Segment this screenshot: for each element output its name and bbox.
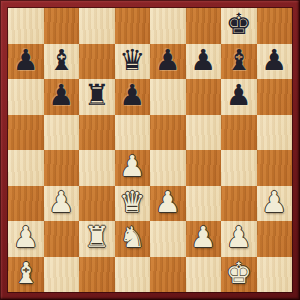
black-pawn: ♟ [261, 46, 287, 75]
square-h4[interactable] [257, 150, 293, 186]
square-c1[interactable] [79, 257, 115, 293]
square-g6[interactable]: ♟ [221, 79, 257, 115]
square-d7[interactable]: ♛ [115, 44, 151, 80]
square-c5[interactable] [79, 115, 115, 151]
square-d8[interactable] [115, 8, 151, 44]
square-a4[interactable] [8, 150, 44, 186]
square-f2[interactable]: ♟ [186, 221, 222, 257]
square-a1[interactable]: ♝ [8, 257, 44, 293]
square-f5[interactable] [186, 115, 222, 151]
square-g4[interactable] [221, 150, 257, 186]
square-h2[interactable] [257, 221, 293, 257]
square-b4[interactable] [44, 150, 80, 186]
square-f8[interactable] [186, 8, 222, 44]
black-pawn: ♟ [155, 46, 181, 75]
square-h1[interactable] [257, 257, 293, 293]
black-bishop: ♝ [226, 46, 252, 75]
square-g1[interactable]: ♚ [221, 257, 257, 293]
square-e8[interactable] [150, 8, 186, 44]
black-bishop: ♝ [48, 46, 74, 75]
square-c2[interactable]: ♜ [79, 221, 115, 257]
white-pawn: ♟ [48, 188, 74, 217]
square-a5[interactable] [8, 115, 44, 151]
black-king: ♚ [226, 10, 252, 39]
white-bishop: ♝ [13, 259, 39, 288]
square-g5[interactable] [221, 115, 257, 151]
square-e6[interactable] [150, 79, 186, 115]
square-b5[interactable] [44, 115, 80, 151]
white-pawn: ♟ [119, 152, 145, 181]
square-g8[interactable]: ♚ [221, 8, 257, 44]
black-pawn: ♟ [13, 46, 39, 75]
black-pawn: ♟ [119, 81, 145, 110]
square-e4[interactable] [150, 150, 186, 186]
square-a8[interactable] [8, 8, 44, 44]
white-pawn: ♟ [155, 188, 181, 217]
square-c6[interactable]: ♜ [79, 79, 115, 115]
white-king: ♚ [226, 259, 252, 288]
square-c3[interactable] [79, 186, 115, 222]
white-knight: ♞ [119, 223, 145, 252]
white-queen: ♛ [119, 188, 145, 217]
square-h8[interactable] [257, 8, 293, 44]
square-b1[interactable] [44, 257, 80, 293]
square-e3[interactable]: ♟ [150, 186, 186, 222]
white-pawn: ♟ [13, 223, 39, 252]
square-d2[interactable]: ♞ [115, 221, 151, 257]
black-pawn: ♟ [226, 81, 252, 110]
square-d4[interactable]: ♟ [115, 150, 151, 186]
square-b7[interactable]: ♝ [44, 44, 80, 80]
square-d1[interactable] [115, 257, 151, 293]
square-c4[interactable] [79, 150, 115, 186]
white-pawn: ♟ [226, 223, 252, 252]
square-h7[interactable]: ♟ [257, 44, 293, 80]
square-h6[interactable] [257, 79, 293, 115]
black-rook: ♜ [84, 81, 110, 110]
square-d5[interactable] [115, 115, 151, 151]
square-h5[interactable] [257, 115, 293, 151]
square-f7[interactable]: ♟ [186, 44, 222, 80]
square-h3[interactable]: ♟ [257, 186, 293, 222]
square-f6[interactable] [186, 79, 222, 115]
square-f4[interactable] [186, 150, 222, 186]
white-pawn: ♟ [190, 223, 216, 252]
square-b2[interactable] [44, 221, 80, 257]
square-d3[interactable]: ♛ [115, 186, 151, 222]
square-f1[interactable] [186, 257, 222, 293]
square-g2[interactable]: ♟ [221, 221, 257, 257]
square-d6[interactable]: ♟ [115, 79, 151, 115]
square-a7[interactable]: ♟ [8, 44, 44, 80]
square-e2[interactable] [150, 221, 186, 257]
square-e5[interactable] [150, 115, 186, 151]
square-c7[interactable] [79, 44, 115, 80]
square-b8[interactable] [44, 8, 80, 44]
white-rook: ♜ [84, 223, 110, 252]
square-f3[interactable] [186, 186, 222, 222]
square-b6[interactable]: ♟ [44, 79, 80, 115]
black-pawn: ♟ [48, 81, 74, 110]
square-b3[interactable]: ♟ [44, 186, 80, 222]
black-queen: ♛ [119, 46, 145, 75]
chess-board: ♚♟♝♛♟♟♝♟♟♜♟♟♟♟♛♟♟♟♜♞♟♟♝♚ [8, 8, 292, 292]
white-pawn: ♟ [261, 188, 287, 217]
board-frame: ♚♟♝♛♟♟♝♟♟♜♟♟♟♟♛♟♟♟♜♞♟♟♝♚ [0, 0, 300, 300]
square-g3[interactable] [221, 186, 257, 222]
square-e1[interactable] [150, 257, 186, 293]
square-g7[interactable]: ♝ [221, 44, 257, 80]
square-c8[interactable] [79, 8, 115, 44]
black-pawn: ♟ [190, 46, 216, 75]
square-a3[interactable] [8, 186, 44, 222]
square-a2[interactable]: ♟ [8, 221, 44, 257]
square-e7[interactable]: ♟ [150, 44, 186, 80]
square-a6[interactable] [8, 79, 44, 115]
